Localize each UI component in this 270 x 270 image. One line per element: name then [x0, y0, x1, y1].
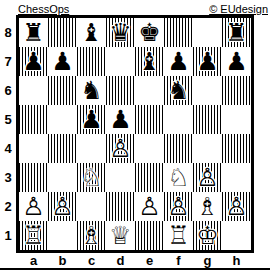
- white-pawn-g3: ♙: [196, 163, 218, 192]
- black-king-e8: ♚: [138, 18, 160, 47]
- white-pawn-e2: ♙: [138, 192, 160, 221]
- rank-label-6: 6: [0, 76, 16, 105]
- square-a7: ♟: [19, 47, 48, 76]
- square-c5: ♟: [77, 105, 106, 134]
- app-title: ChessOps: [18, 3, 69, 15]
- black-pawn-b7: ♟: [51, 47, 73, 76]
- square-b2: ♙: [48, 192, 77, 221]
- white-knight-f3: ♘: [167, 163, 189, 192]
- square-d3: [106, 163, 135, 192]
- file-label-d: d: [106, 253, 135, 268]
- square-h6: [222, 76, 251, 105]
- square-a8: ♜: [19, 18, 48, 47]
- square-b6: [48, 76, 77, 105]
- square-e6: [135, 76, 164, 105]
- black-pawn-g7: ♟: [196, 47, 218, 76]
- white-bishop-g2: ♗: [196, 192, 218, 221]
- rank-label-8: 8: [0, 18, 16, 47]
- rank-label-4: 4: [0, 134, 16, 163]
- black-knight-f6: ♞: [167, 76, 189, 105]
- square-g5: [193, 105, 222, 134]
- rank-labels: 87654321: [0, 18, 16, 253]
- square-e8: ♚: [135, 18, 164, 47]
- square-h2: ♙: [222, 192, 251, 221]
- square-h8: ♜: [222, 18, 251, 47]
- copyright-label: © EUdesign: [209, 3, 268, 15]
- file-label-g: g: [193, 253, 222, 268]
- square-c7: [77, 47, 106, 76]
- white-queen-d1: ♕: [109, 221, 131, 250]
- square-e5: [135, 105, 164, 134]
- file-labels: abcdefgh: [19, 253, 251, 268]
- square-f2: ♙: [164, 192, 193, 221]
- square-h7: ♟: [222, 47, 251, 76]
- square-f1: ♖: [164, 221, 193, 250]
- square-g6: [193, 76, 222, 105]
- square-d5: ♟: [106, 105, 135, 134]
- white-rook-a1: ♖: [22, 221, 44, 250]
- square-g2: ♗: [193, 192, 222, 221]
- square-a4: [19, 134, 48, 163]
- square-h1: [222, 221, 251, 250]
- white-knight-c3: ♘: [80, 163, 102, 192]
- white-rook-f1: ♖: [167, 221, 189, 250]
- square-e3: [135, 163, 164, 192]
- white-pawn-f2: ♙: [167, 192, 189, 221]
- square-g8: [193, 18, 222, 47]
- square-g3: ♙: [193, 163, 222, 192]
- square-b5: [48, 105, 77, 134]
- square-f3: ♘: [164, 163, 193, 192]
- square-b4: [48, 134, 77, 163]
- square-c1: ♗: [77, 221, 106, 250]
- black-knight-c6: ♞: [80, 76, 102, 105]
- square-f6: ♞: [164, 76, 193, 105]
- square-b1: [48, 221, 77, 250]
- square-d2: [106, 192, 135, 221]
- square-f4: [164, 134, 193, 163]
- square-h4: [222, 134, 251, 163]
- black-queen-d8: ♛: [109, 18, 131, 47]
- white-pawn-a2: ♙: [22, 192, 44, 221]
- square-a1: ♖: [19, 221, 48, 250]
- black-pawn-d5: ♟: [109, 105, 131, 134]
- square-d7: [106, 47, 135, 76]
- square-c4: [77, 134, 106, 163]
- white-king-g1: ♔: [196, 221, 218, 250]
- white-pawn-d4: ♙: [109, 134, 131, 163]
- square-b8: [48, 18, 77, 47]
- white-bishop-c1: ♗: [80, 221, 102, 250]
- square-e7: ♝: [135, 47, 164, 76]
- square-a3: [19, 163, 48, 192]
- square-e1: [135, 221, 164, 250]
- file-label-c: c: [77, 253, 106, 268]
- square-c6: ♞: [77, 76, 106, 105]
- board-area: 87654321 ♜♝♛♚♜♟♟♝♟♟♟♞♞♟♟♙♘♘♙♙♙♙♙♗♙♖♗♕♖♔: [0, 15, 270, 253]
- black-rook-a8: ♜: [22, 18, 44, 47]
- white-pawn-h2: ♙: [225, 192, 247, 221]
- square-g1: ♔: [193, 221, 222, 250]
- rank-label-7: 7: [0, 47, 16, 76]
- square-d4: ♙: [106, 134, 135, 163]
- black-bishop-c8: ♝: [80, 18, 102, 47]
- file-label-b: b: [48, 253, 77, 268]
- file-label-f: f: [164, 253, 193, 268]
- square-a2: ♙: [19, 192, 48, 221]
- square-f8: [164, 18, 193, 47]
- file-label-h: h: [222, 253, 251, 268]
- header-bar: ChessOps © EUdesign: [0, 0, 270, 15]
- black-bishop-e7: ♝: [138, 47, 160, 76]
- square-g4: [193, 134, 222, 163]
- square-b7: ♟: [48, 47, 77, 76]
- square-c8: ♝: [77, 18, 106, 47]
- square-c2: [77, 192, 106, 221]
- square-d6: [106, 76, 135, 105]
- rank-label-3: 3: [0, 163, 16, 192]
- square-e2: ♙: [135, 192, 164, 221]
- rank-label-5: 5: [0, 105, 16, 134]
- square-d1: ♕: [106, 221, 135, 250]
- black-pawn-h7: ♟: [225, 47, 247, 76]
- square-a5: [19, 105, 48, 134]
- square-b3: [48, 163, 77, 192]
- black-pawn-a7: ♟: [22, 47, 44, 76]
- rank-label-2: 2: [0, 192, 16, 221]
- square-c3: ♘: [77, 163, 106, 192]
- chessops-diagram-page: ChessOps © EUdesign 87654321 ♜♝♛♚♜♟♟♝♟♟♟…: [0, 0, 270, 270]
- black-pawn-c5: ♟: [80, 105, 102, 134]
- square-g7: ♟: [193, 47, 222, 76]
- file-label-a: a: [19, 253, 48, 268]
- square-f5: [164, 105, 193, 134]
- white-pawn-b2: ♙: [51, 192, 73, 221]
- black-pawn-f7: ♟: [167, 47, 189, 76]
- chess-board: ♜♝♛♚♜♟♟♝♟♟♟♞♞♟♟♙♘♘♙♙♙♙♙♗♙♖♗♕♖♔: [16, 15, 254, 253]
- square-f7: ♟: [164, 47, 193, 76]
- black-rook-h8: ♜: [225, 18, 247, 47]
- square-d8: ♛: [106, 18, 135, 47]
- square-h5: [222, 105, 251, 134]
- file-label-e: e: [135, 253, 164, 268]
- square-h3: [222, 163, 251, 192]
- square-e4: [135, 134, 164, 163]
- square-a6: [19, 76, 48, 105]
- rank-label-1: 1: [0, 221, 16, 250]
